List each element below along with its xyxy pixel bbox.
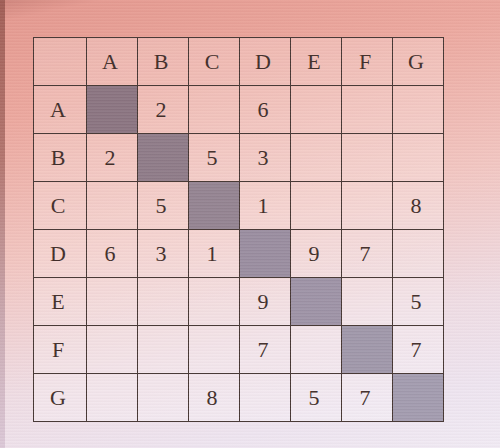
matrix-cell-F-G: 7 — [393, 326, 444, 374]
matrix-cell-F-D: 7 — [240, 326, 291, 374]
matrix-cell-D-D-shaded — [240, 230, 291, 278]
matrix-cell-B-D: 3 — [240, 134, 291, 182]
matrix-cell-D-B: 3 — [138, 230, 189, 278]
matrix-cell-E-B — [138, 278, 189, 326]
col-header-A: A — [87, 38, 138, 86]
corner-cell — [34, 38, 87, 86]
matrix-cell-G-G-shaded — [393, 374, 444, 422]
col-header-C: C — [189, 38, 240, 86]
matrix-cell-G-B — [138, 374, 189, 422]
left-edge-shadow — [0, 0, 5, 448]
matrix-cell-G-E: 5 — [291, 374, 342, 422]
matrix-cell-C-G: 8 — [393, 182, 444, 230]
matrix-cell-G-F: 7 — [342, 374, 393, 422]
matrix-cell-F-E — [291, 326, 342, 374]
row-label-G: G — [34, 374, 87, 422]
matrix-cell-D-A: 6 — [87, 230, 138, 278]
col-header-G: G — [393, 38, 444, 86]
row-label-B: B — [34, 134, 87, 182]
matrix-cell-E-D: 9 — [240, 278, 291, 326]
col-header-B: B — [138, 38, 189, 86]
matrix-cell-F-F-shaded — [342, 326, 393, 374]
matrix-cell-A-E — [291, 86, 342, 134]
matrix-cell-E-A — [87, 278, 138, 326]
row-label-C: C — [34, 182, 87, 230]
matrix-cell-G-D — [240, 374, 291, 422]
matrix-cell-A-D: 6 — [240, 86, 291, 134]
matrix-cell-A-A-shaded — [87, 86, 138, 134]
col-header-F: F — [342, 38, 393, 86]
col-header-D: D — [240, 38, 291, 86]
matrix-cell-B-B-shaded — [138, 134, 189, 182]
matrix-cell-D-G — [393, 230, 444, 278]
matrix-cell-A-G — [393, 86, 444, 134]
matrix-cell-E-C — [189, 278, 240, 326]
matrix-cell-D-C: 1 — [189, 230, 240, 278]
matrix-cell-C-E — [291, 182, 342, 230]
matrix-cell-A-B: 2 — [138, 86, 189, 134]
matrix-cell-D-F: 7 — [342, 230, 393, 278]
matrix-cell-F-A — [87, 326, 138, 374]
matrix-cell-F-B — [138, 326, 189, 374]
row-label-D: D — [34, 230, 87, 278]
matrix-cell-E-G: 5 — [393, 278, 444, 326]
distance-matrix-table: ABCDEFGA26B253C518D63197E95F77G857 — [33, 37, 444, 422]
col-header-E: E — [291, 38, 342, 86]
matrix-cell-E-E-shaded — [291, 278, 342, 326]
row-label-E: E — [34, 278, 87, 326]
matrix-cell-G-A — [87, 374, 138, 422]
matrix-cell-B-A: 2 — [87, 134, 138, 182]
photographed-screen: { "game": "weighted-graph-distance-matri… — [0, 0, 500, 448]
matrix-cell-G-C: 8 — [189, 374, 240, 422]
matrix-cell-E-F — [342, 278, 393, 326]
matrix-cell-B-E — [291, 134, 342, 182]
matrix-cell-C-F — [342, 182, 393, 230]
matrix-cell-A-C — [189, 86, 240, 134]
matrix-cell-C-D: 1 — [240, 182, 291, 230]
matrix-cell-B-F — [342, 134, 393, 182]
matrix-cell-B-G — [393, 134, 444, 182]
matrix-cell-C-A — [87, 182, 138, 230]
row-label-A: A — [34, 86, 87, 134]
matrix-cell-C-B: 5 — [138, 182, 189, 230]
matrix-cell-B-C: 5 — [189, 134, 240, 182]
matrix-cell-D-E: 9 — [291, 230, 342, 278]
matrix-cell-F-C — [189, 326, 240, 374]
matrix-cell-C-C-shaded — [189, 182, 240, 230]
row-label-F: F — [34, 326, 87, 374]
matrix-cell-A-F — [342, 86, 393, 134]
